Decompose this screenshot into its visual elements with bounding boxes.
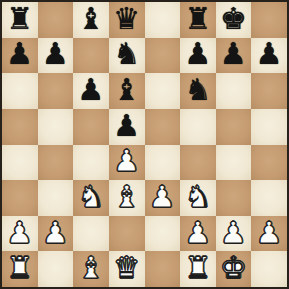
square-h4[interactable] [251,145,287,181]
piece-white-pawn[interactable]: ♟ [184,218,211,248]
square-a7[interactable]: ♟ [2,38,38,74]
square-f3[interactable]: ♞ [180,180,216,216]
square-f2[interactable]: ♟ [180,216,216,252]
square-g4[interactable] [216,145,252,181]
square-a3[interactable] [2,180,38,216]
piece-black-bishop[interactable]: ♝ [113,75,140,105]
square-d2[interactable] [109,216,145,252]
piece-white-rook[interactable]: ♜ [6,253,33,283]
square-f4[interactable] [180,145,216,181]
square-h8[interactable] [251,2,287,38]
square-d1[interactable]: ♛ [109,251,145,287]
piece-black-pawn[interactable]: ♟ [220,39,247,69]
square-e4[interactable] [145,145,181,181]
square-f7[interactable]: ♟ [180,38,216,74]
piece-black-pawn[interactable]: ♟ [256,39,283,69]
square-c1[interactable]: ♝ [73,251,109,287]
piece-black-king[interactable]: ♚ [220,4,247,34]
square-h5[interactable] [251,109,287,145]
square-f8[interactable]: ♜ [180,2,216,38]
piece-white-pawn[interactable]: ♟ [113,146,140,176]
piece-black-pawn[interactable]: ♟ [113,111,140,141]
square-f1[interactable]: ♜ [180,251,216,287]
square-g5[interactable] [216,109,252,145]
piece-black-bishop[interactable]: ♝ [78,4,105,34]
square-e5[interactable] [145,109,181,145]
square-b4[interactable] [38,145,74,181]
square-d3[interactable]: ♝ [109,180,145,216]
square-g1[interactable]: ♚ [216,251,252,287]
square-d7[interactable]: ♞ [109,38,145,74]
square-a1[interactable]: ♜ [2,251,38,287]
square-d5[interactable]: ♟ [109,109,145,145]
square-g6[interactable] [216,73,252,109]
square-d4[interactable]: ♟ [109,145,145,181]
piece-white-bishop[interactable]: ♝ [78,253,105,283]
square-e7[interactable] [145,38,181,74]
square-a5[interactable] [2,109,38,145]
piece-black-knight[interactable]: ♞ [113,39,140,69]
piece-black-rook[interactable]: ♜ [6,4,33,34]
square-b2[interactable]: ♟ [38,216,74,252]
square-e6[interactable] [145,73,181,109]
piece-black-rook[interactable]: ♜ [184,4,211,34]
square-a8[interactable]: ♜ [2,2,38,38]
square-h7[interactable]: ♟ [251,38,287,74]
square-b8[interactable] [38,2,74,38]
square-d6[interactable]: ♝ [109,73,145,109]
piece-white-pawn[interactable]: ♟ [6,218,33,248]
square-c5[interactable] [73,109,109,145]
square-f5[interactable] [180,109,216,145]
square-g7[interactable]: ♟ [216,38,252,74]
square-b5[interactable] [38,109,74,145]
chess-board-grid: ♜♝♛♜♚♟♟♞♟♟♟♟♝♞♟♟♞♝♟♞♟♟♟♟♟♜♝♛♜♚ [2,2,287,287]
square-h3[interactable] [251,180,287,216]
piece-white-pawn[interactable]: ♟ [220,218,247,248]
square-c3[interactable]: ♞ [73,180,109,216]
piece-black-pawn[interactable]: ♟ [78,75,105,105]
piece-white-pawn[interactable]: ♟ [256,218,283,248]
square-c2[interactable] [73,216,109,252]
piece-black-pawn[interactable]: ♟ [184,39,211,69]
chess-board: ♜♝♛♜♚♟♟♞♟♟♟♟♝♞♟♟♞♝♟♞♟♟♟♟♟♜♝♛♜♚ [0,0,289,289]
square-b7[interactable]: ♟ [38,38,74,74]
square-g8[interactable]: ♚ [216,2,252,38]
piece-white-king[interactable]: ♚ [220,253,247,283]
square-a2[interactable]: ♟ [2,216,38,252]
piece-black-knight[interactable]: ♞ [184,75,211,105]
square-b6[interactable] [38,73,74,109]
square-h1[interactable] [251,251,287,287]
piece-white-bishop[interactable]: ♝ [113,182,140,212]
square-c7[interactable] [73,38,109,74]
piece-white-knight[interactable]: ♞ [78,182,105,212]
square-a4[interactable] [2,145,38,181]
square-e2[interactable] [145,216,181,252]
square-b1[interactable] [38,251,74,287]
square-c4[interactable] [73,145,109,181]
square-g2[interactable]: ♟ [216,216,252,252]
piece-white-queen[interactable]: ♛ [113,253,140,283]
square-b3[interactable] [38,180,74,216]
square-c8[interactable]: ♝ [73,2,109,38]
square-h6[interactable] [251,73,287,109]
piece-white-knight[interactable]: ♞ [184,182,211,212]
square-c6[interactable]: ♟ [73,73,109,109]
square-e3[interactable]: ♟ [145,180,181,216]
piece-white-pawn[interactable]: ♟ [42,218,69,248]
square-e8[interactable] [145,2,181,38]
piece-white-rook[interactable]: ♜ [184,253,211,283]
piece-black-queen[interactable]: ♛ [113,4,140,34]
piece-black-pawn[interactable]: ♟ [42,39,69,69]
piece-black-pawn[interactable]: ♟ [6,39,33,69]
square-e1[interactable] [145,251,181,287]
square-h2[interactable]: ♟ [251,216,287,252]
square-f6[interactable]: ♞ [180,73,216,109]
piece-white-pawn[interactable]: ♟ [149,182,176,212]
square-a6[interactable] [2,73,38,109]
square-d8[interactable]: ♛ [109,2,145,38]
square-g3[interactable] [216,180,252,216]
